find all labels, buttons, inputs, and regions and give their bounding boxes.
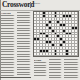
clue-text-block — [17, 12, 31, 77]
clue-column-5 — [64, 59, 79, 78]
newspaper-crossword-page: Crossword Edited by Will Shortz ACROSS D… — [0, 0, 80, 80]
byline-divider — [30, 2, 31, 8]
down-heading: DOWN — [34, 59, 49, 61]
crossword-grid[interactable] — [33, 11, 79, 57]
byline-line-1: Edited by — [32, 2, 80, 4]
clue-text-block — [1, 15, 15, 77]
across-heading: ACROSS — [1, 12, 17, 14]
clue-column-4 — [49, 59, 62, 78]
clue-column-1: ACROSS — [1, 12, 15, 77]
clue-text-block — [64, 59, 79, 78]
clue-text-block — [49, 59, 62, 78]
clue-column-3: DOWN — [34, 59, 47, 78]
grid-cell[interactable] — [75, 53, 78, 56]
clue-column-2 — [17, 12, 31, 77]
clue-text-block — [34, 62, 47, 78]
section-rule — [0, 77, 31, 78]
